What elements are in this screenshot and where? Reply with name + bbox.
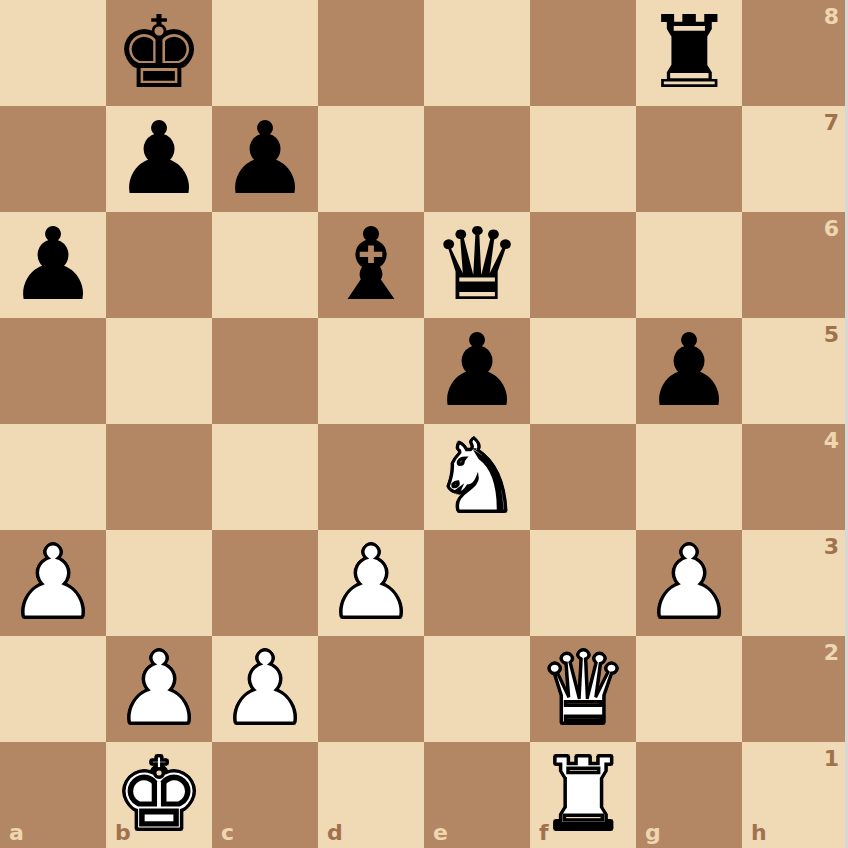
square-f3[interactable] (530, 530, 636, 636)
square-f8[interactable] (530, 0, 636, 106)
square-d7[interactable] (318, 106, 424, 212)
square-g7[interactable] (636, 106, 742, 212)
file-label-c: c (221, 822, 234, 844)
square-b7[interactable]: ♟ (106, 106, 212, 212)
square-g8[interactable]: ♜ (636, 0, 742, 106)
piece-black-pawn-g5[interactable]: ♟ (636, 318, 742, 424)
square-f4[interactable] (530, 424, 636, 530)
square-a2[interactable] (0, 636, 106, 742)
square-h3[interactable]: 3 (742, 530, 848, 636)
square-d4[interactable] (318, 424, 424, 530)
square-a8[interactable] (0, 0, 106, 106)
piece-black-pawn-e5[interactable]: ♟ (424, 318, 530, 424)
square-g2[interactable] (636, 636, 742, 742)
square-d6[interactable]: ♝ (318, 212, 424, 318)
piece-black-pawn-a6[interactable]: ♟ (0, 212, 106, 318)
piece-black-pawn-b7[interactable]: ♟ (106, 106, 212, 212)
square-e1[interactable]: e (424, 742, 530, 848)
rank-label-5: 5 (824, 324, 839, 346)
piece-black-bishop-d6[interactable]: ♝ (318, 212, 424, 318)
square-e4[interactable]: ♞ (424, 424, 530, 530)
square-h2[interactable]: 2 (742, 636, 848, 742)
piece-white-pawn-c2[interactable]: ♟ (212, 636, 318, 742)
square-h5[interactable]: 5 (742, 318, 848, 424)
square-b2[interactable]: ♟ (106, 636, 212, 742)
square-b4[interactable] (106, 424, 212, 530)
square-h7[interactable]: 7 (742, 106, 848, 212)
square-e2[interactable] (424, 636, 530, 742)
square-c2[interactable]: ♟ (212, 636, 318, 742)
square-f5[interactable] (530, 318, 636, 424)
file-label-d: d (327, 822, 343, 844)
square-a6[interactable]: ♟ (0, 212, 106, 318)
piece-white-pawn-g3[interactable]: ♟ (636, 530, 742, 636)
square-f7[interactable] (530, 106, 636, 212)
file-label-b: b (115, 822, 131, 844)
piece-white-pawn-d3[interactable]: ♟ (318, 530, 424, 636)
square-e7[interactable] (424, 106, 530, 212)
square-a3[interactable]: ♟ (0, 530, 106, 636)
square-c7[interactable]: ♟ (212, 106, 318, 212)
square-e5[interactable]: ♟ (424, 318, 530, 424)
square-b6[interactable] (106, 212, 212, 318)
file-label-e: e (433, 822, 448, 844)
file-label-a: a (9, 822, 24, 844)
square-e6[interactable]: ♛ (424, 212, 530, 318)
square-g6[interactable] (636, 212, 742, 318)
square-d2[interactable] (318, 636, 424, 742)
square-g1[interactable]: g (636, 742, 742, 848)
rank-label-1: 1 (824, 748, 839, 770)
piece-white-queen-f2[interactable]: ♛ (530, 636, 636, 742)
rank-label-4: 4 (824, 430, 839, 452)
square-c6[interactable] (212, 212, 318, 318)
square-c4[interactable] (212, 424, 318, 530)
file-label-g: g (645, 822, 661, 844)
piece-white-pawn-b2[interactable]: ♟ (106, 636, 212, 742)
piece-white-pawn-a3[interactable]: ♟ (0, 530, 106, 636)
square-a1[interactable]: a (0, 742, 106, 848)
square-h1[interactable]: 1h (742, 742, 848, 848)
square-d1[interactable]: d (318, 742, 424, 848)
square-f6[interactable] (530, 212, 636, 318)
square-d3[interactable]: ♟ (318, 530, 424, 636)
square-f2[interactable]: ♛ (530, 636, 636, 742)
rank-label-8: 8 (824, 6, 839, 28)
square-b1[interactable]: ♚b (106, 742, 212, 848)
piece-white-knight-e4[interactable]: ♞ (424, 424, 530, 530)
rank-label-7: 7 (824, 112, 839, 134)
square-g3[interactable]: ♟ (636, 530, 742, 636)
square-e3[interactable] (424, 530, 530, 636)
square-a7[interactable] (0, 106, 106, 212)
file-label-h: h (751, 822, 767, 844)
square-g4[interactable] (636, 424, 742, 530)
piece-black-queen-e6[interactable]: ♛ (424, 212, 530, 318)
square-c8[interactable] (212, 0, 318, 106)
square-f1[interactable]: ♜f (530, 742, 636, 848)
square-h6[interactable]: 6 (742, 212, 848, 318)
chess-board: ♚♜8♟♟7♟♝♛6♟♟5♞4♟♟♟3♟♟♛2a♚bcde♜fg1h (0, 0, 848, 848)
square-b3[interactable] (106, 530, 212, 636)
square-h4[interactable]: 4 (742, 424, 848, 530)
rank-label-6: 6 (824, 218, 839, 240)
square-d8[interactable] (318, 0, 424, 106)
square-c1[interactable]: c (212, 742, 318, 848)
square-h8[interactable]: 8 (742, 0, 848, 106)
square-b5[interactable] (106, 318, 212, 424)
square-e8[interactable] (424, 0, 530, 106)
rank-label-2: 2 (824, 642, 839, 664)
square-b8[interactable]: ♚ (106, 0, 212, 106)
file-label-f: f (539, 822, 549, 844)
piece-black-pawn-c7[interactable]: ♟ (212, 106, 318, 212)
square-a5[interactable] (0, 318, 106, 424)
square-c5[interactable] (212, 318, 318, 424)
square-g5[interactable]: ♟ (636, 318, 742, 424)
square-d5[interactable] (318, 318, 424, 424)
square-c3[interactable] (212, 530, 318, 636)
piece-black-king-b8[interactable]: ♚ (106, 0, 212, 106)
rank-label-3: 3 (824, 536, 839, 558)
piece-black-rook-g8[interactable]: ♜ (636, 0, 742, 106)
square-a4[interactable] (0, 424, 106, 530)
